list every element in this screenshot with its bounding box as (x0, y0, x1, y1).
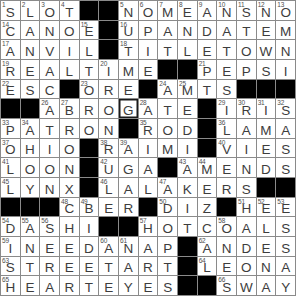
grid-cell[interactable]: L (257, 217, 276, 236)
grid-cell[interactable]: 31I (257, 99, 276, 118)
grid-cell[interactable]: 7M (158, 1, 177, 20)
grid-cell[interactable]: R (139, 257, 158, 276)
grid-cell[interactable]: E (257, 21, 276, 40)
cell-letter: O (40, 163, 59, 176)
grid-cell[interactable]: I (276, 60, 295, 79)
grid-cell[interactable]: I (139, 139, 158, 158)
cell-letter: D (237, 242, 256, 255)
grid-cell[interactable]: T (158, 257, 177, 276)
block-cell (178, 60, 197, 79)
crossword-board: 1S2L3O4T5N6O7M8E9A10N11S12N13O14CANO15E1… (0, 0, 296, 296)
cell-letter: B (60, 104, 79, 117)
block-cell (198, 139, 217, 158)
grid-cell[interactable]: 49B (80, 198, 99, 217)
grid-cell[interactable]: 35R (139, 119, 158, 138)
grid-cell[interactable]: E (80, 257, 99, 276)
block-cell (198, 119, 217, 138)
grid-cell[interactable]: R (60, 276, 79, 295)
grid-cell[interactable]: 24A (158, 80, 177, 99)
cell-letter: A (139, 242, 158, 255)
grid-cell[interactable]: E (60, 257, 79, 276)
grid-cell[interactable]: 20I (99, 60, 118, 79)
block-cell (139, 80, 158, 99)
cell-letter: O (217, 222, 236, 235)
grid-cell[interactable]: N (21, 237, 40, 256)
cell-letter: I (257, 104, 276, 117)
grid-cell[interactable]: 21P (198, 60, 217, 79)
grid-cell[interactable]: V (40, 40, 59, 59)
cell-letter: R (60, 281, 79, 294)
grid-cell[interactable]: 1S (1, 1, 20, 20)
cell-letter: I (276, 65, 295, 78)
cell-letter: A (21, 222, 40, 235)
grid-cell[interactable]: 43A (178, 158, 197, 177)
grid-cell[interactable]: E (60, 237, 79, 256)
grid-cell[interactable]: M (158, 139, 177, 158)
grid-cell[interactable]: R (217, 178, 236, 197)
grid-cell[interactable]: T (217, 40, 236, 59)
grid-cell[interactable]: N (276, 40, 295, 59)
cell-letter: K (178, 183, 197, 196)
cell-letter: V (40, 45, 59, 58)
grid-cell[interactable]: S (257, 60, 276, 79)
grid-cell[interactable]: 26A (40, 99, 59, 118)
cell-letter: R (99, 143, 118, 156)
cell-letter: O (237, 261, 256, 274)
grid-cell[interactable]: N (217, 237, 236, 256)
cell-letter: S (237, 183, 256, 196)
grid-cell[interactable]: R (80, 99, 99, 118)
block-cell (139, 198, 158, 217)
cell-letter: U (119, 25, 138, 38)
block-cell (21, 99, 40, 118)
grid-cell[interactable]: 58O (217, 217, 236, 236)
grid-cell[interactable]: A (276, 119, 295, 138)
cell-letter: I (178, 202, 197, 215)
cell-letter: N (119, 242, 138, 255)
block-cell (80, 158, 99, 177)
grid-cell[interactable]: 66S (217, 276, 236, 295)
cell-letter: C (1, 25, 20, 38)
grid-cell[interactable]: 55A (21, 217, 40, 236)
grid-cell[interactable]: A (257, 276, 276, 295)
grid-cell[interactable]: I (60, 40, 79, 59)
grid-cell[interactable]: K (178, 178, 197, 197)
grid-cell[interactable]: A (119, 178, 138, 197)
block-cell (276, 178, 295, 197)
cell-letter: H (139, 222, 158, 235)
block-cell (217, 198, 236, 217)
block-cell (178, 276, 197, 295)
cell-letter: R (1, 65, 20, 78)
grid-cell[interactable]: T (178, 217, 197, 236)
cell-letter: C (60, 202, 79, 215)
cell-letter: A (178, 163, 197, 176)
cell-letter: M (158, 143, 177, 156)
cell-letter: Y (119, 281, 138, 294)
grid-cell[interactable]: H (60, 217, 79, 236)
grid-cell[interactable]: 40V (217, 139, 236, 158)
cell-letter: L (21, 6, 40, 19)
grid-cell[interactable]: 48C (60, 198, 79, 217)
grid-cell[interactable]: O (40, 158, 59, 177)
cell-letter: A (119, 143, 138, 156)
cell-letter: R (217, 183, 236, 196)
cell-letter: O (158, 124, 177, 137)
grid-cell[interactable]: M (257, 119, 276, 138)
cell-letter: S (40, 222, 59, 235)
cell-letter: E (178, 104, 197, 117)
block-cell (198, 99, 217, 118)
grid-cell[interactable]: E (99, 198, 118, 217)
grid-cell[interactable]: I (178, 139, 197, 158)
grid-cell[interactable]: N (40, 21, 59, 40)
grid-cell[interactable]: E (217, 158, 236, 177)
grid-cell[interactable]: P (158, 237, 177, 256)
grid-cell[interactable]: S (158, 276, 177, 295)
grid-cell[interactable]: 63S (1, 257, 20, 276)
grid-cell[interactable]: M (119, 60, 138, 79)
cell-letter: I (139, 143, 158, 156)
grid-cell[interactable]: M (276, 21, 295, 40)
grid-cell[interactable]: T (40, 119, 59, 138)
grid-cell[interactable]: 27B (60, 99, 79, 118)
cell-letter: T (80, 281, 99, 294)
cell-letter: R (237, 104, 256, 117)
grid-cell[interactable]: Y (119, 276, 138, 295)
cell-letter: A (158, 84, 177, 97)
grid-cell[interactable]: A (119, 257, 138, 276)
grid-cell[interactable]: L (80, 40, 99, 59)
grid-cell[interactable]: 29I (217, 99, 236, 118)
grid-cell[interactable]: O (158, 119, 177, 138)
grid-cell[interactable]: G (119, 158, 138, 177)
grid-cell[interactable]: 5N (119, 1, 138, 20)
grid-cell[interactable]: 41L (1, 158, 20, 177)
cell-letter: E (217, 261, 236, 274)
grid-cell[interactable]: S (276, 217, 295, 236)
grid-cell[interactable]: 42U (99, 158, 118, 177)
grid-cell[interactable]: 33P (1, 119, 20, 138)
cell-letter: L (178, 45, 197, 58)
grid-cell[interactable]: D (178, 119, 197, 138)
grid-cell[interactable]: 11S (237, 1, 256, 20)
block-cell (1, 198, 20, 217)
cell-letter: B (80, 202, 99, 215)
grid-cell[interactable]: 34A (21, 119, 40, 138)
grid-cell[interactable]: 53E (276, 198, 295, 217)
grid-cell[interactable]: T (80, 60, 99, 79)
grid-cell[interactable]: 32S (276, 99, 295, 118)
grid-cell[interactable]: E (40, 237, 59, 256)
grid-cell[interactable]: S (276, 237, 295, 256)
grid-cell[interactable]: 46L (99, 178, 118, 197)
grid-cell[interactable]: R (40, 257, 59, 276)
grid-cell[interactable]: 15E (80, 21, 99, 40)
cell-letter: O (21, 163, 40, 176)
cell-letter: T (99, 261, 118, 274)
grid-cell[interactable]: A (21, 21, 40, 40)
cell-letter: E (80, 261, 99, 274)
cell-letter: O (80, 84, 99, 97)
grid-cell[interactable]: Y (276, 276, 295, 295)
grid-cell[interactable]: 8E (178, 1, 197, 20)
grid-cell[interactable]: R (99, 80, 118, 99)
cell-letter: E (119, 84, 138, 97)
grid-cell[interactable]: 61N (119, 237, 138, 256)
grid-cell[interactable]: D (237, 237, 256, 256)
cell-letter: E (80, 25, 99, 38)
grid-cell[interactable]: E (217, 60, 236, 79)
cell-letter: H (21, 143, 40, 156)
grid-cell[interactable]: H (21, 139, 40, 158)
block-cell (99, 217, 118, 236)
grid-cell[interactable]: O (60, 21, 79, 40)
grid-cell[interactable]: A (40, 276, 59, 295)
block-cell (257, 80, 276, 99)
grid-cell[interactable]: 37O (1, 139, 20, 158)
grid-cell[interactable]: O (60, 139, 79, 158)
grid-cell[interactable]: O (158, 217, 177, 236)
grid-cell[interactable]: I (178, 198, 197, 217)
grid-cell[interactable]: A (217, 21, 236, 40)
cell-letter: T (217, 45, 236, 58)
grid-cell[interactable]: 56S (40, 217, 59, 236)
grid-cell[interactable]: 9A (198, 1, 217, 20)
grid-cell[interactable]: 12N (257, 1, 276, 20)
grid-cell[interactable]: 13O (276, 1, 295, 20)
grid-cell[interactable]: 47A (158, 178, 177, 197)
grid-cell[interactable]: S (276, 158, 295, 177)
grid-cell[interactable]: N (40, 178, 59, 197)
grid-cell[interactable]: S (237, 178, 256, 197)
grid-cell[interactable]: 10N (217, 1, 236, 20)
grid-cell[interactable]: 50D (158, 198, 177, 217)
cell-letter: O (237, 45, 256, 58)
grid-cell[interactable]: 3O (40, 1, 59, 20)
grid-cell[interactable]: E (21, 60, 40, 79)
grid-cell[interactable]: 59I (1, 237, 20, 256)
grid-cell[interactable]: E (119, 80, 138, 99)
grid-cell[interactable]: 51H (237, 198, 256, 217)
cell-letter: E (257, 25, 276, 38)
grid-cell[interactable]: S (21, 80, 40, 99)
grid-cell[interactable]: O (21, 158, 40, 177)
grid-cell[interactable]: L (139, 178, 158, 197)
cell-letter: C (40, 84, 59, 97)
cell-letter: O (1, 143, 20, 156)
grid-cell[interactable]: 57H (139, 217, 158, 236)
grid-cell[interactable]: 23O (80, 80, 99, 99)
grid-cell[interactable]: N (21, 40, 40, 59)
cell-letter: L (198, 261, 217, 274)
grid-cell[interactable]: 45L (1, 178, 20, 197)
grid-cell[interactable]: A (237, 217, 256, 236)
grid-cell[interactable]: 62A (198, 237, 217, 256)
grid-cell[interactable]: O (237, 40, 256, 59)
grid-cell[interactable]: 38R (99, 139, 118, 158)
cell-letter: P (1, 124, 20, 137)
cell-letter: S (276, 104, 295, 117)
block-cell (119, 119, 138, 138)
grid-cell[interactable]: 2L (21, 1, 40, 20)
grid-cell[interactable]: N (257, 257, 276, 276)
grid-cell[interactable]: 60A (99, 237, 118, 256)
cell-letter: E (21, 281, 40, 294)
grid-cell[interactable]: C (198, 217, 217, 236)
cell-letter: M (178, 84, 197, 97)
grid-cell[interactable]: W (237, 276, 256, 295)
grid-cell[interactable]: D (80, 237, 99, 256)
cell-letter: A (21, 25, 40, 38)
grid-cell[interactable]: T (158, 99, 177, 118)
grid-cell[interactable]: I (80, 217, 99, 236)
grid-cell[interactable]: O (99, 99, 118, 118)
cell-letter: T (158, 261, 177, 274)
grid-cell[interactable]: T (99, 257, 118, 276)
cell-letter: A (198, 6, 217, 19)
grid-cell[interactable]: E (257, 237, 276, 256)
grid-cell[interactable]: 54D (1, 217, 20, 236)
cell-letter: W (257, 45, 276, 58)
grid-cell[interactable]: E (21, 276, 40, 295)
cell-letter: T (158, 104, 177, 117)
grid-cell[interactable]: 14C (1, 21, 20, 40)
grid-cell[interactable]: 65H (1, 276, 20, 295)
grid-cell[interactable]: L (178, 40, 197, 59)
cell-letter: E (217, 65, 236, 78)
grid-cell[interactable]: A (158, 21, 177, 40)
grid-cell[interactable]: A (139, 158, 158, 177)
grid-cell[interactable]: P (237, 60, 256, 79)
cell-letter: I (139, 45, 158, 58)
cell-letter: T (60, 6, 79, 19)
grid-cell[interactable]: A (276, 257, 295, 276)
grid-cell[interactable]: D (198, 21, 217, 40)
grid-cell[interactable]: 36L (217, 119, 236, 138)
grid-cell[interactable]: T (21, 257, 40, 276)
grid-cell[interactable]: X (60, 178, 79, 197)
grid-cell[interactable]: S (217, 80, 236, 99)
grid-cell[interactable]: 6O (139, 1, 158, 20)
block-cell (276, 80, 295, 99)
grid-cell[interactable]: 17A (1, 40, 20, 59)
grid-cell[interactable]: 64L (198, 257, 217, 276)
grid-cell[interactable]: T (198, 80, 217, 99)
grid-cell[interactable]: C (40, 80, 59, 99)
grid-cell[interactable]: G (119, 99, 138, 118)
grid-cell[interactable]: 22E (1, 80, 20, 99)
grid-cell[interactable]: R (119, 198, 138, 217)
grid-cell[interactable]: N (178, 21, 197, 40)
cell-letter: N (257, 6, 276, 19)
grid-cell[interactable]: E (217, 257, 236, 276)
block-cell (237, 80, 256, 99)
cell-letter: L (1, 163, 20, 176)
cell-letter: T (237, 25, 256, 38)
grid-cell[interactable]: N (60, 158, 79, 177)
grid-cell[interactable]: I (139, 40, 158, 59)
grid-cell[interactable]: 39A (119, 139, 138, 158)
block-cell (99, 1, 118, 20)
grid-cell[interactable]: A (40, 60, 59, 79)
grid-cell[interactable]: 28A (139, 99, 158, 118)
grid-cell[interactable]: T (80, 276, 99, 295)
cell-letter: E (257, 143, 276, 156)
grid-cell[interactable]: 4T (60, 1, 79, 20)
block-cell (40, 198, 59, 217)
cell-letter: W (237, 281, 256, 294)
cell-letter: C (198, 222, 217, 235)
grid-cell[interactable]: T (237, 21, 256, 40)
grid-cell[interactable]: 18T (119, 40, 138, 59)
cell-letter: T (21, 261, 40, 274)
grid-cell[interactable]: I (237, 139, 256, 158)
grid-cell[interactable]: E (198, 178, 217, 197)
grid-cell[interactable]: 52E (257, 198, 276, 217)
block-cell (60, 80, 79, 99)
cell-letter: O (276, 6, 295, 19)
grid-cell[interactable]: L (60, 60, 79, 79)
grid-cell[interactable]: O (237, 257, 256, 276)
grid-cell[interactable]: E (139, 276, 158, 295)
cell-letter: N (21, 45, 40, 58)
cell-letter: U (99, 163, 118, 176)
cell-letter: H (1, 281, 20, 294)
grid-cell[interactable]: Z (198, 198, 217, 217)
grid-cell[interactable]: N (237, 158, 256, 177)
grid-cell[interactable]: Y (21, 178, 40, 197)
cell-letter: L (80, 45, 99, 58)
grid-cell[interactable]: T (158, 40, 177, 59)
grid-cell[interactable]: E (178, 99, 197, 118)
grid-cell[interactable]: 19R (1, 60, 20, 79)
grid-cell[interactable]: W (257, 40, 276, 59)
cell-letter: A (40, 281, 59, 294)
grid-cell[interactable]: E (257, 139, 276, 158)
grid-cell[interactable]: O (80, 119, 99, 138)
cell-letter: N (257, 261, 276, 274)
grid-cell[interactable]: 44M (198, 158, 217, 177)
block-cell (80, 1, 99, 20)
cell-letter: A (139, 104, 158, 117)
grid-cell[interactable]: R (60, 119, 79, 138)
cell-letter: O (158, 222, 177, 235)
grid-cell[interactable]: A (237, 119, 256, 138)
cell-letter: D (178, 124, 197, 137)
grid-cell[interactable]: E (139, 60, 158, 79)
grid-cell[interactable]: E (99, 276, 118, 295)
cell-letter: E (198, 183, 217, 196)
cell-letter: E (276, 202, 295, 215)
grid-cell[interactable]: I (40, 139, 59, 158)
cell-letter: S (158, 281, 177, 294)
grid-cell[interactable]: S (276, 139, 295, 158)
cell-letter: X (60, 183, 79, 196)
grid-cell[interactable]: P (139, 21, 158, 40)
cell-letter: Y (21, 183, 40, 196)
grid-cell[interactable]: D (257, 158, 276, 177)
grid-cell[interactable]: 30R (237, 99, 256, 118)
grid-cell[interactable]: E (198, 40, 217, 59)
cell-letter: M (119, 65, 138, 78)
grid-cell[interactable]: A (139, 237, 158, 256)
cell-letter: L (1, 183, 20, 196)
grid-cell[interactable]: 16U (119, 21, 138, 40)
grid-cell[interactable]: N (99, 119, 118, 138)
cell-letter: E (139, 281, 158, 294)
grid-cell[interactable]: 25M (178, 80, 197, 99)
